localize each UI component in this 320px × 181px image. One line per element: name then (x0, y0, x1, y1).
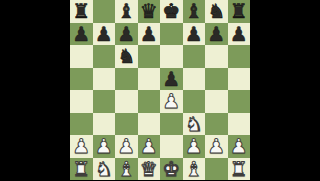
black-knight-c6[interactable]: ♞ (117, 45, 135, 67)
square-f6[interactable] (183, 45, 206, 68)
square-e6[interactable] (160, 45, 183, 68)
black-rook-h8[interactable]: ♜ (230, 0, 248, 22)
square-d1[interactable]: ♛ (138, 158, 161, 181)
square-h2[interactable]: ♟ (228, 135, 251, 158)
white-pawn-f2[interactable]: ♟ (185, 135, 203, 157)
square-b2[interactable]: ♟ (93, 135, 116, 158)
square-b6[interactable] (93, 45, 116, 68)
white-pawn-d2[interactable]: ♟ (140, 135, 158, 157)
square-d5[interactable] (138, 68, 161, 91)
white-knight-b1[interactable]: ♞ (95, 158, 113, 180)
white-pawn-h2[interactable]: ♟ (230, 135, 248, 157)
black-pawn-a7[interactable]: ♟ (72, 23, 90, 45)
white-pawn-c2[interactable]: ♟ (117, 135, 135, 157)
square-b7[interactable]: ♟ (93, 23, 116, 46)
square-b4[interactable] (93, 90, 116, 113)
black-bishop-c8[interactable]: ♝ (117, 0, 135, 22)
square-d2[interactable]: ♟ (138, 135, 161, 158)
white-pawn-b2[interactable]: ♟ (95, 135, 113, 157)
white-rook-a1[interactable]: ♜ (72, 158, 90, 180)
square-e3[interactable] (160, 113, 183, 136)
square-f1[interactable]: ♝ (183, 158, 206, 181)
chess-board[interactable]: ♜♝♛♚♝♞♜♟♟♟♟♟♟♟♞♟♟♞♟♟♟♟♟♟♟♜♞♝♛♚♝♜ (70, 0, 250, 180)
square-e1[interactable]: ♚ (160, 158, 183, 181)
square-f8[interactable]: ♝ (183, 0, 206, 23)
square-c1[interactable]: ♝ (115, 158, 138, 181)
square-e8[interactable]: ♚ (160, 0, 183, 23)
square-b1[interactable]: ♞ (93, 158, 116, 181)
black-pawn-d7[interactable]: ♟ (140, 23, 158, 45)
square-f4[interactable] (183, 90, 206, 113)
square-c6[interactable]: ♞ (115, 45, 138, 68)
square-g3[interactable] (205, 113, 228, 136)
letterbox-left (0, 0, 70, 180)
black-bishop-f8[interactable]: ♝ (185, 0, 203, 22)
square-d8[interactable]: ♛ (138, 0, 161, 23)
square-g1[interactable] (205, 158, 228, 181)
square-c3[interactable] (115, 113, 138, 136)
square-f5[interactable] (183, 68, 206, 91)
square-e4[interactable]: ♟ (160, 90, 183, 113)
square-f3[interactable]: ♞ (183, 113, 206, 136)
square-a3[interactable] (70, 113, 93, 136)
square-c7[interactable]: ♟ (115, 23, 138, 46)
white-bishop-c1[interactable]: ♝ (117, 158, 135, 180)
square-a5[interactable] (70, 68, 93, 91)
square-h7[interactable]: ♟ (228, 23, 251, 46)
square-g4[interactable] (205, 90, 228, 113)
square-d4[interactable] (138, 90, 161, 113)
square-h8[interactable]: ♜ (228, 0, 251, 23)
square-h1[interactable]: ♜ (228, 158, 251, 181)
square-g8[interactable]: ♞ (205, 0, 228, 23)
square-f2[interactable]: ♟ (183, 135, 206, 158)
square-g7[interactable]: ♟ (205, 23, 228, 46)
black-rook-a8[interactable]: ♜ (72, 0, 90, 22)
square-d7[interactable]: ♟ (138, 23, 161, 46)
black-pawn-c7[interactable]: ♟ (117, 23, 135, 45)
square-a7[interactable]: ♟ (70, 23, 93, 46)
square-a1[interactable]: ♜ (70, 158, 93, 181)
square-g6[interactable] (205, 45, 228, 68)
square-b5[interactable] (93, 68, 116, 91)
square-a4[interactable] (70, 90, 93, 113)
white-queen-d1[interactable]: ♛ (140, 158, 158, 180)
white-knight-f3[interactable]: ♞ (185, 113, 203, 135)
square-b8[interactable] (93, 0, 116, 23)
letterbox-right (250, 0, 320, 180)
square-h6[interactable] (228, 45, 251, 68)
black-pawn-f7[interactable]: ♟ (185, 23, 203, 45)
white-king-e1[interactable]: ♚ (162, 158, 180, 180)
square-d3[interactable] (138, 113, 161, 136)
square-h4[interactable] (228, 90, 251, 113)
white-rook-h1[interactable]: ♜ (230, 158, 248, 180)
black-pawn-b7[interactable]: ♟ (95, 23, 113, 45)
black-pawn-h7[interactable]: ♟ (230, 23, 248, 45)
square-g2[interactable]: ♟ (205, 135, 228, 158)
white-pawn-g2[interactable]: ♟ (207, 135, 225, 157)
square-a2[interactable]: ♟ (70, 135, 93, 158)
square-d6[interactable] (138, 45, 161, 68)
white-pawn-e4[interactable]: ♟ (162, 90, 180, 112)
square-e5[interactable]: ♟ (160, 68, 183, 91)
black-king-e8[interactable]: ♚ (162, 0, 180, 22)
square-a8[interactable]: ♜ (70, 0, 93, 23)
square-g5[interactable] (205, 68, 228, 91)
white-pawn-a2[interactable]: ♟ (72, 135, 90, 157)
black-queen-d8[interactable]: ♛ (140, 0, 158, 22)
square-c8[interactable]: ♝ (115, 0, 138, 23)
square-a6[interactable] (70, 45, 93, 68)
black-knight-g8[interactable]: ♞ (207, 0, 225, 22)
square-c5[interactable] (115, 68, 138, 91)
black-pawn-g7[interactable]: ♟ (207, 23, 225, 45)
square-e7[interactable] (160, 23, 183, 46)
square-c4[interactable] (115, 90, 138, 113)
white-bishop-f1[interactable]: ♝ (185, 158, 203, 180)
black-pawn-e5[interactable]: ♟ (162, 68, 180, 90)
square-c2[interactable]: ♟ (115, 135, 138, 158)
square-e2[interactable] (160, 135, 183, 158)
square-h5[interactable] (228, 68, 251, 91)
square-h3[interactable] (228, 113, 251, 136)
square-b3[interactable] (93, 113, 116, 136)
square-f7[interactable]: ♟ (183, 23, 206, 46)
